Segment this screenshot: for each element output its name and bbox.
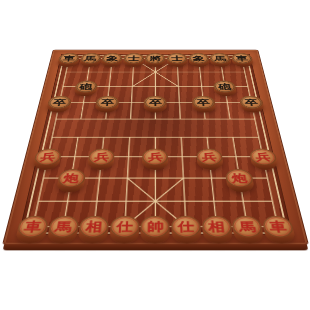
piece-black-elephant[interactable]: 象 <box>101 53 123 64</box>
piece-red-chariot[interactable]: 車 <box>16 216 50 237</box>
piece-face: 象 <box>188 53 210 64</box>
piece-face: 相 <box>78 216 109 237</box>
xiangqi-board: 車馬象士將士象馬車砲砲卒卒卒卒卒兵兵兵兵兵炮炮車馬相仕帥仕相馬車 <box>2 50 309 245</box>
piece-red-soldier[interactable]: 兵 <box>249 149 278 166</box>
piece-black-soldier[interactable]: 卒 <box>239 96 265 109</box>
piece-black-soldier[interactable]: 卒 <box>144 96 167 109</box>
piece-red-chariot[interactable]: 車 <box>261 216 295 237</box>
piece-black-general[interactable]: 將 <box>145 53 166 64</box>
piece-face: 相 <box>201 216 232 237</box>
piece-face: 炮 <box>225 169 254 187</box>
piece-red-elephant[interactable]: 相 <box>201 216 232 237</box>
piece-black-elephant[interactable]: 象 <box>188 53 210 64</box>
piece-face: 卒 <box>144 96 167 109</box>
piece-red-advisor[interactable]: 仕 <box>109 216 139 237</box>
piece-face: 帥 <box>141 216 171 237</box>
piece-face: 馬 <box>79 53 101 64</box>
piece-red-cannon[interactable]: 炮 <box>225 169 254 187</box>
piece-face: 車 <box>261 216 295 237</box>
piece-face: 兵 <box>249 149 278 166</box>
piece-red-horse[interactable]: 馬 <box>47 216 80 237</box>
piece-face: 馬 <box>47 216 80 237</box>
piece-face: 炮 <box>56 169 85 187</box>
piece-red-advisor[interactable]: 仕 <box>171 216 201 237</box>
piece-red-elephant[interactable]: 相 <box>78 216 109 237</box>
pieces-layer: 車馬象士將士象馬車砲砲卒卒卒卒卒兵兵兵兵兵炮炮車馬相仕帥仕相馬車 <box>3 50 308 244</box>
piece-black-chariot[interactable]: 車 <box>231 53 254 64</box>
piece-red-soldier[interactable]: 兵 <box>33 149 62 166</box>
piece-face: 兵 <box>196 149 223 166</box>
piece-face: 卒 <box>191 96 215 109</box>
piece-face: 士 <box>167 53 188 64</box>
piece-red-soldier[interactable]: 兵 <box>196 149 223 166</box>
piece-face: 兵 <box>88 149 115 166</box>
piece-black-advisor[interactable]: 士 <box>123 53 144 64</box>
piece-face: 卒 <box>95 96 119 109</box>
piece-black-chariot[interactable]: 車 <box>57 53 80 64</box>
piece-face: 象 <box>101 53 123 64</box>
piece-face: 車 <box>57 53 80 64</box>
piece-face: 卒 <box>239 96 265 109</box>
piece-face: 仕 <box>109 216 139 237</box>
piece-face: 仕 <box>171 216 201 237</box>
board-front-edge <box>3 244 309 250</box>
piece-face: 車 <box>231 53 254 64</box>
piece-red-general[interactable]: 帥 <box>141 216 171 237</box>
piece-red-cannon[interactable]: 炮 <box>56 169 85 187</box>
piece-black-soldier[interactable]: 卒 <box>47 96 73 109</box>
piece-black-cannon[interactable]: 砲 <box>213 81 237 93</box>
piece-face: 馬 <box>231 216 264 237</box>
piece-black-horse[interactable]: 馬 <box>79 53 101 64</box>
piece-face: 卒 <box>47 96 73 109</box>
piece-black-soldier[interactable]: 卒 <box>95 96 119 109</box>
piece-black-horse[interactable]: 馬 <box>209 53 231 64</box>
piece-face: 車 <box>16 216 50 237</box>
piece-black-advisor[interactable]: 士 <box>167 53 188 64</box>
xiangqi-set-photo: 車馬象士將士象馬車砲砲卒卒卒卒卒兵兵兵兵兵炮炮車馬相仕帥仕相馬車 <box>0 0 310 310</box>
piece-face: 馬 <box>209 53 231 64</box>
piece-face: 砲 <box>74 81 98 93</box>
piece-face: 砲 <box>213 81 237 93</box>
piece-face: 兵 <box>142 149 168 166</box>
piece-face: 將 <box>145 53 166 64</box>
piece-red-soldier[interactable]: 兵 <box>142 149 168 166</box>
piece-black-soldier[interactable]: 卒 <box>191 96 215 109</box>
piece-face: 兵 <box>33 149 62 166</box>
piece-red-horse[interactable]: 馬 <box>231 216 264 237</box>
piece-face: 士 <box>123 53 144 64</box>
piece-red-soldier[interactable]: 兵 <box>88 149 115 166</box>
piece-black-cannon[interactable]: 砲 <box>74 81 98 93</box>
